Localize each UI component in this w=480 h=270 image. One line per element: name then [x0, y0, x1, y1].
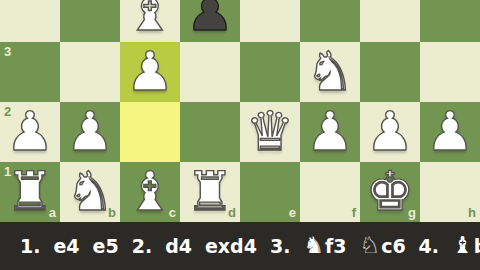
board-viewport: 87654♝♟3♟♞2♟♟♛♟♟♟1a♜b♞c♝d♜efg♚h	[0, 0, 480, 222]
square-c3[interactable]: ♟	[120, 42, 180, 102]
piece-white-king[interactable]: ♚	[366, 162, 414, 222]
square-h1[interactable]: h	[420, 162, 480, 222]
move-black-2[interactable]: exd4	[205, 235, 257, 257]
square-b4[interactable]	[60, 0, 120, 42]
square-d1[interactable]: d♜	[180, 162, 240, 222]
square-h3[interactable]	[420, 42, 480, 102]
square-c1[interactable]: c♝	[120, 162, 180, 222]
move-white-3[interactable]: ♞f3	[303, 233, 346, 259]
square-d3[interactable]	[180, 42, 240, 102]
square-f3[interactable]: ♞	[300, 42, 360, 102]
piece-white-pawn[interactable]: ♟	[126, 42, 174, 102]
square-b1[interactable]: b♞	[60, 162, 120, 222]
chess-app: 87654♝♟3♟♞2♟♟♛♟♟♟1a♜b♞c♝d♜efg♚h 1. e4 e5…	[0, 0, 480, 270]
piece-black-pawn[interactable]: ♟	[186, 0, 234, 42]
square-h4[interactable]	[420, 0, 480, 42]
square-f2[interactable]: ♟	[300, 102, 360, 162]
piece-white-knight[interactable]: ♞	[306, 42, 354, 102]
piece-white-bishop[interactable]: ♝	[126, 162, 174, 222]
square-c2[interactable]	[120, 102, 180, 162]
move-white-1[interactable]: e4	[53, 235, 79, 257]
file-label-b: b	[108, 206, 116, 219]
move-white-4[interactable]: ♝b5	[452, 233, 480, 259]
square-e2[interactable]: ♛	[240, 102, 300, 162]
piece-white-pawn[interactable]: ♟	[426, 102, 474, 162]
piece-white-queen[interactable]: ♛	[246, 102, 294, 162]
rank-label-3: 3	[4, 45, 11, 58]
piece-white-pawn[interactable]: ♟	[66, 102, 114, 162]
square-a1[interactable]: 1a♜	[0, 162, 60, 222]
piece-white-bishop[interactable]: ♝	[126, 0, 174, 42]
square-d2[interactable]	[180, 102, 240, 162]
piece-white-pawn[interactable]: ♟	[366, 102, 414, 162]
file-label-h: h	[468, 206, 476, 219]
move-number: 4.	[419, 235, 439, 257]
square-e1[interactable]: e	[240, 162, 300, 222]
move-list[interactable]: 1. e4 e5 2. d4 exd4 3. ♞f3 ♘c6 4. ♝b5	[0, 222, 480, 270]
square-a4[interactable]: 4	[0, 0, 60, 42]
square-a2[interactable]: 2♟	[0, 102, 60, 162]
move-black-3[interactable]: ♘c6	[360, 233, 406, 259]
square-f4[interactable]	[300, 0, 360, 42]
piece-white-pawn[interactable]: ♟	[6, 102, 54, 162]
square-b2[interactable]: ♟	[60, 102, 120, 162]
square-c4[interactable]: ♝	[120, 0, 180, 42]
file-label-a: a	[49, 206, 56, 219]
square-h2[interactable]: ♟	[420, 102, 480, 162]
square-g4[interactable]	[360, 0, 420, 42]
move-black-1[interactable]: e5	[93, 235, 119, 257]
square-g1[interactable]: g♚	[360, 162, 420, 222]
rank-label-2: 2	[4, 105, 11, 118]
square-e3[interactable]	[240, 42, 300, 102]
file-label-d: d	[228, 206, 236, 219]
move-white-2[interactable]: d4	[165, 235, 192, 257]
piece-white-knight[interactable]: ♞	[66, 162, 114, 222]
file-label-c: c	[169, 206, 176, 219]
file-label-g: g	[408, 206, 416, 219]
file-label-f: f	[352, 206, 356, 219]
piece-white-rook[interactable]: ♜	[6, 162, 54, 222]
piece-white-pawn[interactable]: ♟	[306, 102, 354, 162]
piece-white-rook[interactable]: ♜	[186, 162, 234, 222]
knight-figurine-icon: ♘	[360, 232, 381, 258]
move-number: 2.	[132, 235, 152, 257]
square-e4[interactable]	[240, 0, 300, 42]
chess-board: 87654♝♟3♟♞2♟♟♛♟♟♟1a♜b♞c♝d♜efg♚h	[0, 0, 480, 222]
knight-figurine-icon: ♞	[303, 232, 324, 258]
square-g3[interactable]	[360, 42, 420, 102]
bishop-figurine-icon: ♝	[452, 232, 473, 258]
square-b3[interactable]	[60, 42, 120, 102]
rank-label-1: 1	[4, 165, 11, 178]
square-g2[interactable]: ♟	[360, 102, 420, 162]
move-number: 1.	[20, 235, 40, 257]
square-f1[interactable]: f	[300, 162, 360, 222]
square-d4[interactable]: ♟	[180, 0, 240, 42]
file-label-e: e	[289, 206, 296, 219]
move-number: 3.	[270, 235, 290, 257]
square-a3[interactable]: 3	[0, 42, 60, 102]
